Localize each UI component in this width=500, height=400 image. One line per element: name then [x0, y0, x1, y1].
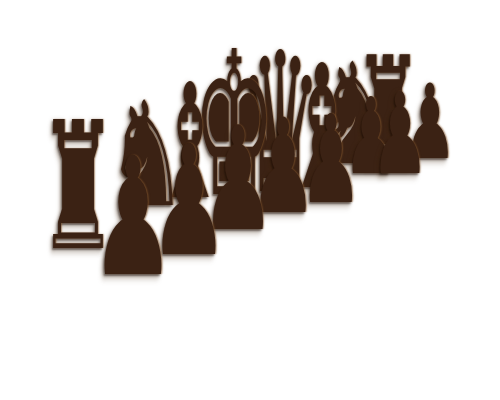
piece-pawn[interactable]: ♟ — [90, 136, 175, 300]
chess-photo: { "game": "chess", "scene": "Hand-carved… — [0, 0, 500, 400]
piece-pawn[interactable]: ♟ — [371, 78, 430, 191]
pieces-layer: ♜♞♝♚♛♝♞♜♟♟♟♟♟♟♟♟ — [0, 0, 500, 400]
